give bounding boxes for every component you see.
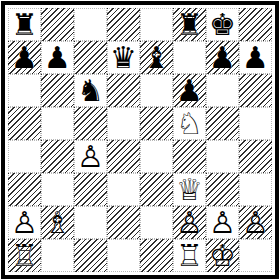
square-f1[interactable]: ♖ — [173, 239, 206, 272]
piece-white-pawn: ♙ — [176, 206, 203, 239]
square-g3[interactable] — [206, 173, 239, 206]
square-c4[interactable]: ♙ — [74, 140, 107, 173]
piece-white-knight: ♘ — [176, 107, 203, 140]
square-c5[interactable] — [74, 107, 107, 140]
square-c6[interactable]: ♞ — [74, 74, 107, 107]
square-b7[interactable]: ♟ — [41, 41, 74, 74]
square-h3[interactable] — [239, 173, 272, 206]
square-c2[interactable] — [74, 206, 107, 239]
square-a7[interactable]: ♟ — [8, 41, 41, 74]
square-f8[interactable]: ♜ — [173, 8, 206, 41]
board-frame: ♜♜♚♟♟♛♝♟♟♞♟♘♙♕♙♗♙♙♙♖♖♔ — [1, 1, 279, 279]
square-c1[interactable] — [74, 239, 107, 272]
square-c7[interactable] — [74, 41, 107, 74]
chess-board: ♜♜♚♟♟♛♝♟♟♞♟♘♙♕♙♗♙♙♙♖♖♔ — [8, 8, 272, 272]
square-e4[interactable] — [140, 140, 173, 173]
square-b4[interactable] — [41, 140, 74, 173]
piece-white-pawn: ♙ — [11, 206, 38, 239]
piece-black-pawn: ♟ — [44, 41, 71, 74]
square-e3[interactable] — [140, 173, 173, 206]
square-e2[interactable] — [140, 206, 173, 239]
piece-white-rook: ♖ — [176, 239, 203, 272]
square-g6[interactable] — [206, 74, 239, 107]
square-d2[interactable] — [107, 206, 140, 239]
square-c3[interactable] — [74, 173, 107, 206]
square-e6[interactable] — [140, 74, 173, 107]
square-d4[interactable] — [107, 140, 140, 173]
piece-black-rook: ♜ — [176, 8, 203, 41]
square-c8[interactable] — [74, 8, 107, 41]
piece-white-king: ♔ — [209, 239, 236, 272]
square-a3[interactable] — [8, 173, 41, 206]
chess-diagram: ♜♜♚♟♟♛♝♟♟♞♟♘♙♕♙♗♙♙♙♖♖♔ — [0, 0, 280, 279]
square-g5[interactable] — [206, 107, 239, 140]
square-d7[interactable]: ♛ — [107, 41, 140, 74]
square-b1[interactable] — [41, 239, 74, 272]
piece-white-queen: ♕ — [176, 173, 203, 206]
square-a2[interactable]: ♙ — [8, 206, 41, 239]
square-d6[interactable] — [107, 74, 140, 107]
piece-black-knight: ♞ — [77, 74, 104, 107]
square-a1[interactable]: ♖ — [8, 239, 41, 272]
square-e1[interactable] — [140, 239, 173, 272]
square-d3[interactable] — [107, 173, 140, 206]
piece-black-king: ♚ — [209, 8, 236, 41]
square-e5[interactable] — [140, 107, 173, 140]
square-g7[interactable]: ♟ — [206, 41, 239, 74]
square-b5[interactable] — [41, 107, 74, 140]
square-g2[interactable]: ♙ — [206, 206, 239, 239]
square-a5[interactable] — [8, 107, 41, 140]
square-f3[interactable]: ♕ — [173, 173, 206, 206]
square-h8[interactable] — [239, 8, 272, 41]
piece-black-pawn: ♟ — [242, 41, 269, 74]
square-d1[interactable] — [107, 239, 140, 272]
piece-white-bishop: ♗ — [44, 206, 71, 239]
square-g1[interactable]: ♔ — [206, 239, 239, 272]
square-a4[interactable] — [8, 140, 41, 173]
piece-black-queen: ♛ — [110, 41, 137, 74]
square-d5[interactable] — [107, 107, 140, 140]
square-a6[interactable] — [8, 74, 41, 107]
square-b2[interactable]: ♗ — [41, 206, 74, 239]
square-g4[interactable] — [206, 140, 239, 173]
square-h7[interactable]: ♟ — [239, 41, 272, 74]
square-h6[interactable] — [239, 74, 272, 107]
piece-black-pawn: ♟ — [209, 41, 236, 74]
square-f2[interactable]: ♙ — [173, 206, 206, 239]
piece-black-bishop: ♝ — [143, 41, 170, 74]
square-b6[interactable] — [41, 74, 74, 107]
square-h4[interactable] — [239, 140, 272, 173]
square-h1[interactable] — [239, 239, 272, 272]
square-b8[interactable] — [41, 8, 74, 41]
piece-white-rook: ♖ — [11, 239, 38, 272]
piece-white-pawn: ♙ — [77, 140, 104, 173]
piece-black-pawn: ♟ — [11, 41, 38, 74]
square-h5[interactable] — [239, 107, 272, 140]
square-a8[interactable]: ♜ — [8, 8, 41, 41]
square-f6[interactable]: ♟ — [173, 74, 206, 107]
square-b3[interactable] — [41, 173, 74, 206]
piece-black-pawn: ♟ — [176, 74, 203, 107]
square-e7[interactable]: ♝ — [140, 41, 173, 74]
square-d8[interactable] — [107, 8, 140, 41]
square-f7[interactable] — [173, 41, 206, 74]
square-g8[interactable]: ♚ — [206, 8, 239, 41]
piece-black-rook: ♜ — [11, 8, 38, 41]
piece-white-pawn: ♙ — [209, 206, 236, 239]
square-f4[interactable] — [173, 140, 206, 173]
square-f5[interactable]: ♘ — [173, 107, 206, 140]
square-h2[interactable]: ♙ — [239, 206, 272, 239]
piece-white-pawn: ♙ — [242, 206, 269, 239]
square-e8[interactable] — [140, 8, 173, 41]
